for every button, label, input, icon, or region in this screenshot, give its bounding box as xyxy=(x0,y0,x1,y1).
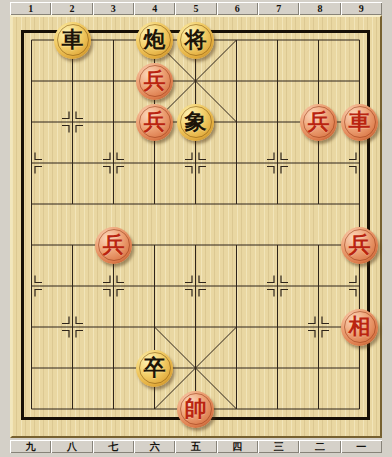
top-file-labels: 123456789 xyxy=(10,2,382,15)
file-label-top-8: 8 xyxy=(299,2,340,15)
bottom-file-labels: 九八七六五四三二一 xyxy=(10,440,382,453)
file-label-top-9: 9 xyxy=(341,2,382,15)
file-label-bottom-7: 三 xyxy=(258,440,299,453)
file-label-bottom-3: 七 xyxy=(93,440,134,453)
piece-red-chariot[interactable]: 車 xyxy=(341,104,378,141)
piece-red-elephant[interactable]: 相 xyxy=(341,309,378,346)
piece-red-soldier[interactable]: 兵 xyxy=(341,227,378,264)
file-label-bottom-2: 八 xyxy=(51,440,92,453)
piece-black-general[interactable]: 将 xyxy=(177,22,214,59)
piece-black-chariot[interactable]: 車 xyxy=(54,22,91,59)
file-label-top-4: 4 xyxy=(134,2,175,15)
file-label-bottom-9: 一 xyxy=(341,440,382,453)
file-label-bottom-6: 四 xyxy=(217,440,258,453)
xiangqi-board-window: 123456789 車炮将兵兵象兵車兵兵相卒帥 九八七六五四三二一 xyxy=(0,0,392,457)
file-label-bottom-4: 六 xyxy=(134,440,175,453)
file-label-bottom-5: 五 xyxy=(175,440,216,453)
piece-red-soldier[interactable]: 兵 xyxy=(136,104,173,141)
file-label-top-3: 3 xyxy=(93,2,134,15)
piece-black-cannon[interactable]: 炮 xyxy=(136,22,173,59)
piece-red-soldier[interactable]: 兵 xyxy=(136,63,173,100)
piece-red-soldier[interactable]: 兵 xyxy=(300,104,337,141)
file-label-top-2: 2 xyxy=(51,2,92,15)
piece-black-soldier[interactable]: 卒 xyxy=(136,350,173,387)
file-label-top-7: 7 xyxy=(258,2,299,15)
piece-red-general[interactable]: 帥 xyxy=(177,391,214,428)
piece-black-elephant[interactable]: 象 xyxy=(177,104,214,141)
pieces-layer: 車炮将兵兵象兵車兵兵相卒帥 xyxy=(11,20,380,430)
file-label-top-5: 5 xyxy=(175,2,216,15)
file-label-bottom-1: 九 xyxy=(10,440,51,453)
file-label-top-1: 1 xyxy=(10,2,51,15)
file-label-bottom-8: 二 xyxy=(299,440,340,453)
piece-red-soldier[interactable]: 兵 xyxy=(95,227,132,264)
file-label-top-6: 6 xyxy=(217,2,258,15)
